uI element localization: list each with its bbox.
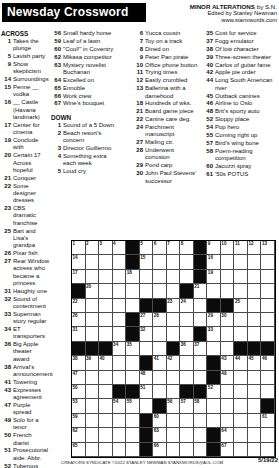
- grid-cell[interactable]: 50: [72, 385, 86, 399]
- clue-text: Director Guillermo: [63, 145, 120, 152]
- grid-cell[interactable]: [167, 414, 181, 428]
- clue-text: Something extra each week: [63, 153, 120, 168]
- grid-cell[interactable]: 52: [207, 385, 221, 399]
- grid-cell[interactable]: 48: [140, 371, 154, 385]
- grid-cell[interactable]: 41: [153, 356, 167, 370]
- grid-cell[interactable]: 59: [72, 414, 86, 428]
- clue-text: Canine care deg.: [145, 116, 199, 123]
- clue: 25Bart and Lisa's grandpa: [1, 228, 49, 250]
- cell-number: 3: [100, 241, 103, 246]
- grid-cell[interactable]: [86, 385, 100, 399]
- clue-text: Conclude with: [13, 137, 49, 152]
- grid-cell[interactable]: 14: [72, 255, 86, 269]
- grid-cell[interactable]: [167, 385, 181, 399]
- grid-cell[interactable]: 33: [207, 327, 221, 341]
- grid-cell[interactable]: [99, 428, 113, 442]
- grid-cell[interactable]: 55: [126, 399, 140, 413]
- grid-cell[interactable]: [234, 270, 248, 284]
- grid-cell[interactable]: 23: [167, 299, 181, 313]
- grid-cell[interactable]: 24: [180, 299, 194, 313]
- grid-cell[interactable]: [194, 313, 208, 327]
- grid-cell[interactable]: [234, 428, 248, 442]
- clue: 55Coming right up: [203, 132, 278, 139]
- grid-cell[interactable]: [113, 284, 127, 298]
- grid-cell[interactable]: 5: [140, 241, 154, 255]
- grid-cell[interactable]: [248, 399, 262, 413]
- grid-cell[interactable]: [167, 270, 181, 284]
- clue: 23CBS dramatic franchise: [1, 205, 49, 227]
- grid-cell[interactable]: [126, 414, 140, 428]
- grid-cell[interactable]: [86, 255, 100, 269]
- clue: 54Pop hero: [203, 124, 278, 131]
- grid-cell[interactable]: 16: [207, 255, 221, 269]
- grid-cell[interactable]: 28: [153, 313, 167, 327]
- grid-cell[interactable]: [86, 270, 100, 284]
- grid-cell[interactable]: 36: [180, 342, 194, 356]
- grid-cell[interactable]: [113, 371, 127, 385]
- grid-cell[interactable]: 17: [72, 270, 86, 284]
- grid-cell[interactable]: [153, 342, 167, 356]
- clue: 58Poem-reading competition: [203, 148, 278, 163]
- grid-cell[interactable]: 7: [167, 241, 181, 255]
- clue-text: French diarist: [13, 432, 49, 447]
- grid-cell[interactable]: [180, 428, 194, 442]
- clue-text: Mailing ctr.: [145, 139, 199, 146]
- clue-text: Long South American river: [215, 77, 278, 92]
- grid-cell[interactable]: 6: [153, 241, 167, 255]
- grid-cell[interactable]: 1: [72, 241, 86, 255]
- cell-number: 14: [73, 255, 78, 260]
- grid-cell[interactable]: [86, 428, 100, 442]
- grid-cell[interactable]: [113, 327, 127, 341]
- grid-cell[interactable]: [248, 371, 262, 385]
- grid-cell-black: [194, 255, 208, 269]
- grid-cell[interactable]: [113, 443, 127, 457]
- grid-cell-black: [261, 342, 275, 356]
- puzzle-title-line: MINOR ALTERATIONS by S.N.: [190, 3, 277, 10]
- grid-cell[interactable]: [248, 327, 262, 341]
- grid-cell[interactable]: [207, 342, 221, 356]
- grid-cell-black: [194, 327, 208, 341]
- clue-number: 5: [51, 168, 63, 175]
- cell-number: 22: [73, 299, 78, 304]
- grid-cell[interactable]: 66: [153, 443, 167, 457]
- grid-cell[interactable]: [221, 399, 235, 413]
- grid-cell[interactable]: [86, 443, 100, 457]
- grid-cell[interactable]: [113, 414, 127, 428]
- grid-cell[interactable]: 56: [167, 399, 181, 413]
- grid-cell[interactable]: 10: [221, 241, 235, 255]
- clue-number: 37: [203, 38, 215, 45]
- clue-number: 51: [1, 447, 13, 462]
- clue-text: Airline to Oslo: [215, 100, 278, 107]
- grid-cell[interactable]: [194, 299, 208, 313]
- grid-cell[interactable]: [261, 443, 275, 457]
- grid-cell[interactable]: 40: [99, 356, 113, 370]
- grid-cell[interactable]: [167, 327, 181, 341]
- grid-cell[interactable]: 45: [248, 356, 262, 370]
- clue-number: 49: [1, 417, 13, 432]
- grid-cell[interactable]: 44: [234, 356, 248, 370]
- down-header: DOWN: [51, 114, 120, 122]
- grid-cell[interactable]: 34: [113, 342, 127, 356]
- clue: 19Conclude with: [1, 137, 49, 152]
- grid-cell[interactable]: [167, 371, 181, 385]
- grid-cell[interactable]: 46: [261, 356, 275, 370]
- grid-cell[interactable]: [126, 299, 140, 313]
- grid-cell[interactable]: 53: [72, 399, 86, 413]
- grid-cell[interactable]: [194, 356, 208, 370]
- grid-cell[interactable]: [153, 385, 167, 399]
- clue-number: 21: [133, 108, 145, 115]
- cell-number: 61: [262, 414, 267, 419]
- clue: 61'50s POTUS: [203, 171, 278, 178]
- grid-cell[interactable]: [126, 428, 140, 442]
- clue: 42Apple pie order: [203, 69, 278, 76]
- grid-cell[interactable]: 67: [221, 443, 235, 457]
- grid-cell[interactable]: [261, 385, 275, 399]
- clue-number: 54: [203, 124, 215, 131]
- clue-number: 35: [203, 30, 215, 37]
- clue-text: Loud cry: [63, 168, 120, 175]
- grid-cell[interactable]: 31: [72, 327, 86, 341]
- grid-cell[interactable]: [86, 299, 100, 313]
- grid-cell[interactable]: [99, 371, 113, 385]
- grid-cell[interactable]: [261, 299, 275, 313]
- grid-cell[interactable]: 32: [140, 327, 154, 341]
- grid-cell[interactable]: [207, 399, 221, 413]
- grid-cell[interactable]: [221, 255, 235, 269]
- grid-cell[interactable]: [86, 313, 100, 327]
- grid-cell[interactable]: 37: [194, 342, 208, 356]
- grid-cell[interactable]: [180, 356, 194, 370]
- clue-number: 62: [51, 54, 63, 61]
- grid-cell[interactable]: 19: [207, 270, 221, 284]
- grid-cell[interactable]: [234, 255, 248, 269]
- grid-cell[interactable]: [113, 255, 127, 269]
- clue-number: 12: [133, 77, 145, 84]
- grid-cell[interactable]: [221, 270, 235, 284]
- grid-cell[interactable]: [180, 414, 194, 428]
- grid-cell[interactable]: [140, 399, 154, 413]
- grid-cell[interactable]: [261, 428, 275, 442]
- grid-cell[interactable]: [113, 428, 127, 442]
- grid-cell[interactable]: [99, 385, 113, 399]
- clue-text: Carlos of guitar fame: [215, 62, 278, 69]
- grid-cell[interactable]: 20: [86, 284, 100, 298]
- grid-cell[interactable]: [140, 284, 154, 298]
- grid-cell[interactable]: 51: [140, 385, 154, 399]
- clue: 52Sloppy place: [203, 116, 278, 123]
- clue: 13Ballerina with a damehood: [133, 85, 199, 100]
- clue-text: Of low character: [215, 46, 278, 53]
- clue-text: Cost for service: [215, 30, 278, 37]
- grid-cell[interactable]: [140, 342, 154, 356]
- clue: 4Something extra each week: [51, 153, 120, 168]
- grid-cell-black: [99, 342, 113, 356]
- clue-text: Coming right up: [215, 132, 278, 139]
- grid-cell[interactable]: 26: [72, 313, 86, 327]
- grid-cell[interactable]: [234, 313, 248, 327]
- grid-cell[interactable]: 58: [194, 399, 208, 413]
- clue-number: 16: [1, 99, 13, 121]
- grid-cell[interactable]: 57: [180, 399, 194, 413]
- grid-cell[interactable]: 54: [113, 399, 127, 413]
- grid-cell[interactable]: [234, 327, 248, 341]
- grid-cell[interactable]: [234, 371, 248, 385]
- clue: 10Office phone button: [133, 62, 199, 69]
- grid-cell[interactable]: 39: [86, 356, 100, 370]
- cell-number: 50: [73, 385, 78, 390]
- clue-text: Dined on: [145, 46, 199, 53]
- grid-cell[interactable]: 15: [140, 255, 154, 269]
- clue: 49Solo for a tenor: [1, 417, 49, 432]
- grid-cell[interactable]: 22: [72, 299, 86, 313]
- cell-number: 60: [154, 414, 159, 419]
- clue-text: Takes the plunge: [13, 38, 49, 53]
- clue: 64Excelled on: [51, 77, 120, 84]
- grid-cell[interactable]: 11: [234, 241, 248, 255]
- grid-cell[interactable]: 13: [261, 241, 275, 255]
- grid-cell[interactable]: 65: [72, 443, 86, 457]
- clue-text: Prosecutorial aide: Abbr.: [13, 447, 49, 462]
- clue: 34ET transporters: [1, 326, 49, 341]
- clue-text: Board game piece: [145, 108, 199, 115]
- grid-cell[interactable]: 30: [221, 313, 235, 327]
- cell-number: 66: [154, 443, 159, 448]
- grid-cell[interactable]: [248, 313, 262, 327]
- grid-cell[interactable]: 25: [234, 299, 248, 313]
- grid-cell[interactable]: 9: [207, 241, 221, 255]
- clue-text: '50s POTUS: [215, 171, 278, 178]
- grid-cell[interactable]: [153, 270, 167, 284]
- clue-text: Yucca cousin: [145, 30, 199, 37]
- grid-cell-black: [126, 385, 140, 399]
- grid-cell[interactable]: [234, 284, 248, 298]
- crossword-grid: 1234567891011121314151617181920212223242…: [71, 240, 276, 458]
- grid-cell[interactable]: [261, 371, 275, 385]
- clue-text: Pop hero: [215, 124, 278, 131]
- grid-cell[interactable]: [261, 327, 275, 341]
- grid-cell[interactable]: [99, 414, 113, 428]
- cell-number: 9: [208, 241, 211, 246]
- clue-text: Expresses agreement: [13, 387, 49, 402]
- grid-cell[interactable]: 21: [194, 284, 208, 298]
- clue-text: Arrival's announcement: [13, 364, 53, 379]
- grid-cell[interactable]: [99, 299, 113, 313]
- clue-number: 8: [133, 46, 145, 53]
- clue: 57Bird's wing bone: [203, 140, 278, 147]
- grid-cell[interactable]: [99, 255, 113, 269]
- grid-cell[interactable]: [248, 443, 262, 457]
- grid-cell[interactable]: 64: [221, 428, 235, 442]
- grid-cell[interactable]: [113, 356, 127, 370]
- grid-cell[interactable]: [248, 255, 262, 269]
- grid-cell[interactable]: 47: [72, 371, 86, 385]
- grid-cell[interactable]: [167, 313, 181, 327]
- cell-number: 38: [73, 356, 78, 361]
- grid-cell[interactable]: [221, 342, 235, 356]
- grid-cell[interactable]: [140, 270, 154, 284]
- clue-text: Sound of contentment: [13, 296, 49, 311]
- grid-cell[interactable]: [221, 284, 235, 298]
- cell-number: 30: [221, 313, 226, 318]
- cell-number: 51: [140, 385, 145, 390]
- grid-cell-black: [113, 385, 127, 399]
- clue-text: Parchment manuscript: [145, 124, 199, 139]
- grid-cell[interactable]: [113, 313, 127, 327]
- grid-cell[interactable]: [126, 356, 140, 370]
- grid-cell[interactable]: [194, 428, 208, 442]
- grid-cell[interactable]: [180, 313, 194, 327]
- cell-number: 35: [127, 342, 132, 347]
- grid-cell[interactable]: [86, 414, 100, 428]
- grid-cell[interactable]: [248, 299, 262, 313]
- grid-cell[interactable]: [126, 443, 140, 457]
- clue: 63Mystery novelist Buchanan: [51, 62, 120, 77]
- grid-cell[interactable]: [99, 327, 113, 341]
- grid-cell[interactable]: [261, 284, 275, 298]
- grid-cell[interactable]: 4: [113, 241, 127, 255]
- grid-cell[interactable]: [180, 327, 194, 341]
- cell-number: 31: [73, 327, 78, 332]
- grid-cell[interactable]: [153, 327, 167, 341]
- clue-text: John Paul Stevens' successor: [145, 170, 199, 185]
- grid-cell[interactable]: [99, 270, 113, 284]
- grid-cell[interactable]: 38: [72, 356, 86, 370]
- grid-cell[interactable]: [261, 255, 275, 269]
- clue: 9Peter Pan pirate: [133, 54, 199, 61]
- grid-cell[interactable]: [126, 284, 140, 298]
- clue: 45Outback canines: [203, 93, 278, 100]
- clue-number: 64: [51, 77, 63, 84]
- grid-cell[interactable]: [180, 255, 194, 269]
- clue-number: 26: [1, 250, 13, 257]
- grid-cell[interactable]: [167, 428, 181, 442]
- clue: 1Sound of a 5 Down: [51, 122, 120, 129]
- clue-number: 41: [1, 379, 13, 386]
- publication-info: MINOR ALTERATIONS by S.N. Edited by Stan…: [190, 3, 277, 24]
- grid-cell[interactable]: [99, 399, 113, 413]
- grid-cell[interactable]: [221, 385, 235, 399]
- grid-cell[interactable]: 2: [86, 241, 100, 255]
- grid-cell[interactable]: [167, 443, 181, 457]
- clue: 35Cost for service: [203, 30, 278, 37]
- clue-text: Surroundings: [13, 76, 49, 83]
- grid-cell[interactable]: 43: [221, 356, 235, 370]
- grid-cell[interactable]: [207, 414, 221, 428]
- grid-cell[interactable]: [153, 255, 167, 269]
- grid-cell[interactable]: [180, 270, 194, 284]
- grid-cell[interactable]: [153, 371, 167, 385]
- grid-cell[interactable]: [167, 284, 181, 298]
- grid-cell[interactable]: [234, 443, 248, 457]
- website: www.stanxwords.com: [190, 17, 277, 24]
- clue-text: Sloppy place: [215, 116, 278, 123]
- grid-cell[interactable]: 35: [126, 342, 140, 356]
- clue: 62Mikasa competitor: [51, 54, 120, 61]
- clue: 38Of low character: [203, 46, 278, 53]
- grid-cell[interactable]: 49: [221, 371, 235, 385]
- grid-cell[interactable]: 29: [207, 313, 221, 327]
- grid-cell[interactable]: [248, 284, 262, 298]
- clue-text: Apple pie order: [215, 69, 278, 76]
- grid-cell[interactable]: [180, 371, 194, 385]
- grid-cell-black: [194, 270, 208, 284]
- grid-cell[interactable]: [153, 284, 167, 298]
- grid-cell-black: [261, 399, 275, 413]
- clue: 37Fogg emulator: [203, 38, 278, 45]
- grid-cell[interactable]: [167, 255, 181, 269]
- cell-number: 27: [140, 313, 145, 318]
- grid-cell[interactable]: [261, 313, 275, 327]
- clue-number: 28: [133, 147, 145, 162]
- grid-cell[interactable]: [234, 385, 248, 399]
- grid-cell[interactable]: [248, 270, 262, 284]
- cell-number: 58: [194, 399, 199, 404]
- clue-number: 20: [1, 152, 13, 174]
- clue: 30John Paul Stevens' successor: [133, 170, 199, 185]
- grid-cell-black: [207, 428, 221, 442]
- clue-number: 66: [51, 93, 63, 100]
- grid-cell[interactable]: [194, 443, 208, 457]
- grid-cell[interactable]: [113, 299, 127, 313]
- grid-cell[interactable]: [234, 414, 248, 428]
- clue-number: 43: [1, 387, 13, 402]
- grid-cell[interactable]: [234, 399, 248, 413]
- clue: 21Board game piece: [133, 108, 199, 115]
- grid-cell[interactable]: [99, 313, 113, 327]
- grid-cell[interactable]: 60: [153, 414, 167, 428]
- grid-cell[interactable]: [221, 414, 235, 428]
- grid-cell[interactable]: 62: [72, 428, 86, 442]
- grid-cell[interactable]: [86, 399, 100, 413]
- grid-cell[interactable]: [86, 327, 100, 341]
- grid-cell[interactable]: 27: [140, 313, 154, 327]
- grid-cell[interactable]: [194, 371, 208, 385]
- grid-cell[interactable]: [221, 327, 235, 341]
- grid-cell[interactable]: [126, 371, 140, 385]
- grid-cell[interactable]: 3: [99, 241, 113, 255]
- grid-cell[interactable]: 42: [167, 356, 181, 370]
- grid-cell[interactable]: 61: [261, 414, 275, 428]
- grid-cell[interactable]: [261, 270, 275, 284]
- grid-cell[interactable]: [86, 371, 100, 385]
- clue-text: __ Castle (Havana landmark): [13, 99, 49, 121]
- grid-cell[interactable]: 18: [126, 270, 140, 284]
- grid-cell[interactable]: [194, 414, 208, 428]
- cell-number: 57: [181, 399, 186, 404]
- grid-cell[interactable]: 8: [180, 241, 194, 255]
- grid-cell[interactable]: [99, 443, 113, 457]
- clue-text: Beach resort's concern: [63, 130, 120, 145]
- grid-cell[interactable]: [248, 385, 262, 399]
- clue-number: 22: [133, 116, 145, 123]
- grid-cell[interactable]: 63: [153, 428, 167, 442]
- grid-cell[interactable]: [248, 414, 262, 428]
- grid-cell-black: [126, 327, 140, 341]
- clue: 41Towering: [1, 379, 49, 386]
- cell-number: 65: [73, 443, 78, 448]
- grid-cell[interactable]: [113, 270, 127, 284]
- grid-cell[interactable]: [207, 284, 221, 298]
- grid-cell[interactable]: [180, 443, 194, 457]
- clue: 43Expresses agreement: [1, 387, 49, 402]
- grid-cell[interactable]: [99, 284, 113, 298]
- grid-cell[interactable]: 12: [248, 241, 262, 255]
- grid-cell-black: [86, 342, 100, 356]
- grid-cell[interactable]: [248, 428, 262, 442]
